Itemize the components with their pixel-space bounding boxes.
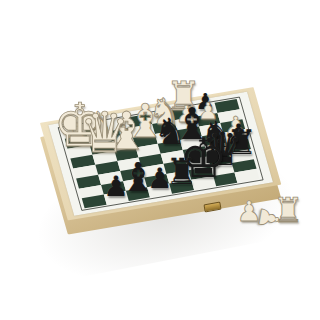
board-grid xyxy=(62,99,260,208)
square-h1 xyxy=(235,169,260,183)
square-c1 xyxy=(125,187,150,201)
square-g1 xyxy=(213,173,238,187)
square-d1 xyxy=(147,184,172,198)
square-e1 xyxy=(169,180,194,194)
square-b1 xyxy=(104,191,129,205)
square-a1 xyxy=(82,195,107,209)
product-photo-scene: ♚♛♝♝♞♞♜♟♟♟♟♟♟♟♞♝♞♚♛♜♝♟♟♟♟♜♟♟♜ xyxy=(0,0,320,320)
square-f1 xyxy=(191,176,216,190)
